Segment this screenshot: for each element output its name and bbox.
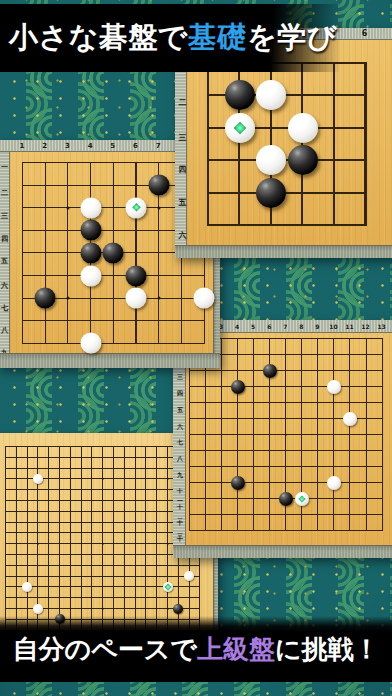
column-label: 6 — [133, 140, 138, 152]
column-label: 6 — [267, 320, 271, 333]
column-label: 1 — [20, 140, 25, 152]
black-stone — [173, 604, 183, 614]
black-stone — [225, 80, 255, 110]
column-label: 5 — [251, 320, 255, 333]
screenshot-root: 12345678910111213一二三四五六七八九十十一十二十三 123456… — [0, 0, 392, 696]
last-move-marker — [298, 495, 305, 502]
bottom-banner-seg-1: 自分のペースで — [12, 634, 196, 664]
column-label: 7 — [283, 320, 287, 333]
white-stone — [225, 113, 255, 143]
black-stone — [35, 288, 56, 309]
white-stone — [327, 380, 341, 394]
last-move-marker — [164, 583, 171, 590]
column-label: 11 — [345, 320, 353, 333]
white-stone — [256, 145, 286, 175]
column-label: 8 — [299, 320, 303, 333]
bottom-banner-text: 自分のペースで上級盤に挑戦！ — [12, 632, 379, 667]
white-stone — [126, 288, 147, 309]
top-banner-seg-2-highlight: 基礎 — [188, 20, 247, 54]
white-stone — [327, 476, 341, 490]
top-banner-text: 小さな碁盤で基礎を学び — [9, 18, 337, 58]
white-stone — [163, 582, 173, 592]
top-banner: 小さな碁盤で基礎を学び — [0, 4, 392, 72]
white-stone — [343, 412, 357, 426]
black-stone — [231, 380, 245, 394]
white-stone — [33, 474, 43, 484]
white-stone — [288, 113, 318, 143]
black-stone — [126, 265, 147, 286]
star-point — [66, 297, 69, 300]
column-label: 7 — [156, 140, 161, 152]
white-stone — [295, 492, 309, 506]
column-label: 3 — [65, 140, 70, 152]
white-stone — [80, 265, 101, 286]
white-stone — [256, 80, 286, 110]
star-point — [157, 206, 160, 209]
black-stone — [288, 145, 318, 175]
column-label: 2 — [42, 140, 47, 152]
board-edge — [175, 245, 392, 258]
bottom-banner-seg-3: に挑戦！ — [275, 634, 380, 664]
column-label: 9 — [315, 320, 319, 333]
board-edge — [173, 545, 392, 558]
bottom-banner-seg-2-highlight: 上級盤 — [197, 634, 275, 664]
column-label: 4 — [235, 320, 239, 333]
black-stone — [231, 476, 245, 490]
coord-strip-left — [0, 152, 10, 353]
white-stone — [33, 604, 43, 614]
last-move-marker — [233, 121, 246, 134]
star-point — [285, 433, 288, 436]
white-stone — [22, 582, 32, 592]
last-move-marker — [132, 203, 141, 212]
white-stone — [80, 333, 101, 354]
white-stone — [184, 571, 194, 581]
column-label: 5 — [110, 140, 115, 152]
black-stone — [80, 242, 101, 263]
white-stone — [126, 197, 147, 218]
black-stone — [148, 175, 169, 196]
bottom-banner: 自分のペースで上級盤に挑戦！ — [0, 616, 392, 682]
star-point — [66, 206, 69, 209]
top-banner-seg-1: 小さな碁盤で — [9, 20, 188, 54]
top-banner-seg-3: を学び — [247, 20, 337, 54]
black-stone — [80, 220, 101, 241]
column-label: 13 — [377, 320, 385, 333]
black-stone — [256, 178, 286, 208]
star-point — [157, 297, 160, 300]
black-stone — [279, 492, 293, 506]
black-stone — [263, 364, 277, 378]
white-stone — [194, 288, 215, 309]
board-edge — [0, 353, 220, 368]
column-label: 4 — [88, 140, 93, 152]
black-stone — [103, 242, 124, 263]
column-label: 10 — [329, 320, 337, 333]
column-label: 12 — [361, 320, 369, 333]
white-stone — [80, 197, 101, 218]
